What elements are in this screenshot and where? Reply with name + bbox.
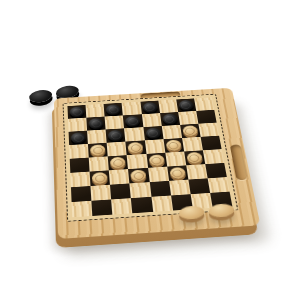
- black-piece[interactable]: [162, 113, 178, 124]
- board-square[interactable]: [130, 182, 151, 198]
- board-square[interactable]: [89, 156, 109, 171]
- wood-piece[interactable]: [92, 172, 108, 184]
- wood-piece[interactable]: [186, 152, 203, 164]
- board-square[interactable]: [182, 137, 203, 152]
- board-square[interactable]: [140, 101, 160, 115]
- board-square[interactable]: [123, 114, 143, 128]
- board-square[interactable]: [188, 178, 210, 194]
- board-square[interactable]: [69, 131, 88, 145]
- black-piece[interactable]: [88, 118, 103, 129]
- board-square[interactable]: [144, 139, 165, 154]
- board-square[interactable]: [205, 163, 227, 178]
- board-square[interactable]: [107, 142, 127, 157]
- off-board-wood-piece[interactable]: [179, 205, 205, 220]
- board-square[interactable]: [143, 126, 163, 140]
- board-square[interactable]: [151, 196, 173, 212]
- board-square[interactable]: [72, 201, 93, 218]
- wood-piece[interactable]: [128, 142, 144, 154]
- board-square[interactable]: [146, 153, 167, 168]
- black-piece[interactable]: [145, 128, 161, 139]
- board-square[interactable]: [111, 198, 132, 214]
- board-square[interactable]: [67, 105, 86, 119]
- board-square[interactable]: [70, 172, 90, 188]
- board-square[interactable]: [87, 129, 107, 143]
- board-square[interactable]: [176, 98, 196, 112]
- board-square[interactable]: [90, 170, 110, 186]
- off-board-black-piece[interactable]: [28, 88, 53, 103]
- black-piece[interactable]: [106, 104, 121, 115]
- board-square[interactable]: [127, 154, 148, 169]
- board-square[interactable]: [160, 112, 180, 126]
- board-square[interactable]: [131, 197, 153, 213]
- black-piece[interactable]: [108, 130, 124, 141]
- board-square[interactable]: [208, 177, 230, 193]
- board-square[interactable]: [165, 152, 186, 167]
- board-square[interactable]: [200, 136, 221, 151]
- board-square[interactable]: [105, 115, 125, 129]
- board-square[interactable]: [163, 138, 184, 153]
- board-square[interactable]: [161, 125, 181, 139]
- board-square[interactable]: [88, 143, 108, 158]
- board-square[interactable]: [106, 128, 126, 142]
- board-square[interactable]: [69, 144, 89, 159]
- board-square[interactable]: [167, 165, 188, 180]
- board-square[interactable]: [91, 185, 112, 201]
- finger-groove-right: [230, 144, 248, 180]
- board-square[interactable]: [68, 118, 87, 132]
- board-square[interactable]: [148, 167, 169, 183]
- board-square[interactable]: [196, 110, 217, 124]
- board-square[interactable]: [104, 103, 123, 117]
- board-square[interactable]: [71, 186, 92, 202]
- board-square[interactable]: [141, 113, 161, 127]
- board-square[interactable]: [86, 117, 105, 131]
- board-square[interactable]: [198, 123, 219, 137]
- board-square[interactable]: [126, 140, 146, 155]
- board-square[interactable]: [158, 100, 178, 114]
- board-square[interactable]: [128, 168, 149, 184]
- board-square[interactable]: [169, 180, 191, 196]
- board-square[interactable]: [186, 164, 208, 179]
- playfield: [63, 94, 239, 222]
- wood-piece[interactable]: [131, 169, 147, 181]
- black-piece[interactable]: [142, 102, 157, 113]
- board-square[interactable]: [109, 169, 130, 185]
- board-scene: [0, 0, 300, 300]
- wood-piece[interactable]: [182, 125, 198, 136]
- board-square[interactable]: [122, 102, 142, 116]
- board-square[interactable]: [149, 181, 170, 197]
- black-piece[interactable]: [71, 132, 86, 143]
- wood-piece[interactable]: [110, 157, 126, 169]
- black-piece[interactable]: [125, 116, 141, 127]
- wood-piece[interactable]: [169, 167, 186, 179]
- board-square[interactable]: [110, 183, 131, 199]
- board-square[interactable]: [108, 155, 128, 170]
- board-square[interactable]: [92, 199, 113, 216]
- board-square[interactable]: [178, 111, 198, 125]
- wood-piece[interactable]: [148, 154, 164, 166]
- black-piece[interactable]: [178, 100, 194, 111]
- black-piece[interactable]: [69, 106, 84, 117]
- board-square[interactable]: [124, 127, 144, 141]
- off-board-wood-piece[interactable]: [209, 203, 235, 218]
- wood-piece[interactable]: [165, 140, 181, 152]
- board-square[interactable]: [86, 104, 105, 118]
- board-square[interactable]: [184, 150, 205, 165]
- board-square[interactable]: [203, 149, 224, 164]
- board-square[interactable]: [70, 158, 90, 173]
- playfield-grid: [67, 97, 232, 217]
- board-square[interactable]: [194, 97, 214, 111]
- board-square[interactable]: [180, 124, 201, 138]
- wood-piece[interactable]: [90, 144, 106, 156]
